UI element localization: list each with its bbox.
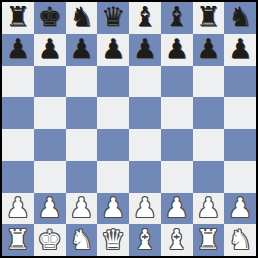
square-e6[interactable] bbox=[129, 66, 161, 98]
piece-white-king[interactable]: ♚ bbox=[38, 226, 62, 253]
square-g2[interactable]: ♟ bbox=[193, 193, 225, 225]
square-g6[interactable] bbox=[193, 66, 225, 98]
square-f2[interactable]: ♟ bbox=[161, 193, 193, 225]
square-d1[interactable]: ♛ bbox=[97, 224, 129, 256]
square-b6[interactable] bbox=[34, 66, 66, 98]
square-f7[interactable]: ♟ bbox=[161, 34, 193, 66]
piece-white-bishop[interactable]: ♝ bbox=[133, 226, 157, 253]
piece-white-pawn[interactable]: ♟ bbox=[165, 194, 189, 221]
square-h1[interactable]: ♞ bbox=[224, 224, 256, 256]
square-d6[interactable] bbox=[97, 66, 129, 98]
piece-black-knight[interactable]: ♞ bbox=[228, 3, 252, 30]
square-d5[interactable] bbox=[97, 97, 129, 129]
square-h7[interactable]: ♟ bbox=[224, 34, 256, 66]
piece-white-pawn[interactable]: ♟ bbox=[6, 194, 30, 221]
square-f5[interactable] bbox=[161, 97, 193, 129]
square-a4[interactable] bbox=[2, 129, 34, 161]
piece-white-knight[interactable]: ♞ bbox=[69, 226, 93, 253]
square-f8[interactable]: ♝ bbox=[161, 2, 193, 34]
square-h4[interactable] bbox=[224, 129, 256, 161]
piece-black-rook[interactable]: ♜ bbox=[6, 3, 30, 30]
square-e2[interactable]: ♟ bbox=[129, 193, 161, 225]
piece-black-pawn[interactable]: ♟ bbox=[38, 35, 62, 62]
square-h6[interactable] bbox=[224, 66, 256, 98]
square-a8[interactable]: ♜ bbox=[2, 2, 34, 34]
square-c7[interactable]: ♟ bbox=[66, 34, 98, 66]
piece-black-king[interactable]: ♚ bbox=[38, 3, 62, 30]
square-c3[interactable] bbox=[66, 161, 98, 193]
piece-black-pawn[interactable]: ♟ bbox=[6, 35, 30, 62]
square-b7[interactable]: ♟ bbox=[34, 34, 66, 66]
square-a2[interactable]: ♟ bbox=[2, 193, 34, 225]
square-a3[interactable] bbox=[2, 161, 34, 193]
piece-black-bishop[interactable]: ♝ bbox=[165, 3, 189, 30]
piece-white-rook[interactable]: ♜ bbox=[6, 226, 30, 253]
square-c5[interactable] bbox=[66, 97, 98, 129]
piece-black-knight[interactable]: ♞ bbox=[69, 3, 93, 30]
piece-white-pawn[interactable]: ♟ bbox=[69, 194, 93, 221]
square-a6[interactable] bbox=[2, 66, 34, 98]
square-h5[interactable] bbox=[224, 97, 256, 129]
square-b4[interactable] bbox=[34, 129, 66, 161]
square-f1[interactable]: ♝ bbox=[161, 224, 193, 256]
square-c2[interactable]: ♟ bbox=[66, 193, 98, 225]
square-g7[interactable]: ♟ bbox=[193, 34, 225, 66]
square-h3[interactable] bbox=[224, 161, 256, 193]
piece-black-queen[interactable]: ♛ bbox=[101, 3, 125, 30]
square-a1[interactable]: ♜ bbox=[2, 224, 34, 256]
piece-black-pawn[interactable]: ♟ bbox=[133, 35, 157, 62]
square-f4[interactable] bbox=[161, 129, 193, 161]
square-d3[interactable] bbox=[97, 161, 129, 193]
square-g3[interactable] bbox=[193, 161, 225, 193]
square-d2[interactable]: ♟ bbox=[97, 193, 129, 225]
square-c4[interactable] bbox=[66, 129, 98, 161]
piece-white-pawn[interactable]: ♟ bbox=[196, 194, 220, 221]
square-e3[interactable] bbox=[129, 161, 161, 193]
square-b8[interactable]: ♚ bbox=[34, 2, 66, 34]
square-e1[interactable]: ♝ bbox=[129, 224, 161, 256]
square-b5[interactable] bbox=[34, 97, 66, 129]
square-h8[interactable]: ♞ bbox=[224, 2, 256, 34]
piece-white-pawn[interactable]: ♟ bbox=[101, 194, 125, 221]
piece-black-pawn[interactable]: ♟ bbox=[69, 35, 93, 62]
piece-white-bishop[interactable]: ♝ bbox=[165, 226, 189, 253]
piece-black-pawn[interactable]: ♟ bbox=[196, 35, 220, 62]
piece-white-pawn[interactable]: ♟ bbox=[38, 194, 62, 221]
piece-black-rook[interactable]: ♜ bbox=[196, 3, 220, 30]
square-c6[interactable] bbox=[66, 66, 98, 98]
square-f6[interactable] bbox=[161, 66, 193, 98]
square-g4[interactable] bbox=[193, 129, 225, 161]
piece-black-bishop[interactable]: ♝ bbox=[133, 3, 157, 30]
square-g8[interactable]: ♜ bbox=[193, 2, 225, 34]
square-b1[interactable]: ♚ bbox=[34, 224, 66, 256]
square-g1[interactable]: ♜ bbox=[193, 224, 225, 256]
square-e7[interactable]: ♟ bbox=[129, 34, 161, 66]
square-e4[interactable] bbox=[129, 129, 161, 161]
square-b3[interactable] bbox=[34, 161, 66, 193]
piece-black-pawn[interactable]: ♟ bbox=[165, 35, 189, 62]
piece-white-knight[interactable]: ♞ bbox=[228, 226, 252, 253]
square-g5[interactable] bbox=[193, 97, 225, 129]
piece-white-pawn[interactable]: ♟ bbox=[228, 194, 252, 221]
square-b2[interactable]: ♟ bbox=[34, 193, 66, 225]
square-h2[interactable]: ♟ bbox=[224, 193, 256, 225]
square-a7[interactable]: ♟ bbox=[2, 34, 34, 66]
square-d4[interactable] bbox=[97, 129, 129, 161]
square-a5[interactable] bbox=[2, 97, 34, 129]
piece-white-pawn[interactable]: ♟ bbox=[133, 194, 157, 221]
square-c1[interactable]: ♞ bbox=[66, 224, 98, 256]
square-e8[interactable]: ♝ bbox=[129, 2, 161, 34]
square-c8[interactable]: ♞ bbox=[66, 2, 98, 34]
chess-board: ♜♚♞♛♝♝♜♞♟♟♟♟♟♟♟♟♟♟♟♟♟♟♟♟♜♚♞♛♝♝♜♞ bbox=[0, 0, 258, 258]
piece-black-pawn[interactable]: ♟ bbox=[228, 35, 252, 62]
piece-black-pawn[interactable]: ♟ bbox=[101, 35, 125, 62]
piece-white-rook[interactable]: ♜ bbox=[196, 226, 220, 253]
square-e5[interactable] bbox=[129, 97, 161, 129]
square-d8[interactable]: ♛ bbox=[97, 2, 129, 34]
square-d7[interactable]: ♟ bbox=[97, 34, 129, 66]
piece-white-queen[interactable]: ♛ bbox=[101, 226, 125, 253]
square-f3[interactable] bbox=[161, 161, 193, 193]
